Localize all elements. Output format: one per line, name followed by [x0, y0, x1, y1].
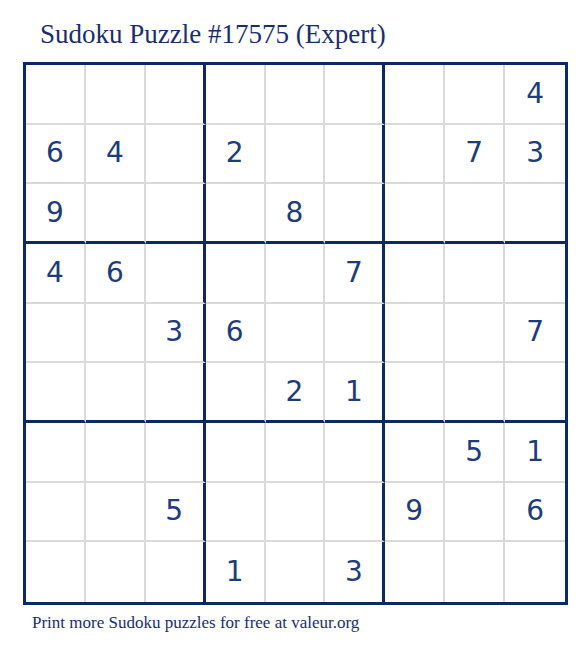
cell-r8c9: 6 [505, 483, 565, 543]
cell-r6c1 [26, 363, 86, 423]
cell-r6c8 [445, 363, 505, 423]
cell-r8c2 [86, 483, 146, 543]
cell-r1c9: 4 [505, 65, 565, 125]
cell-r3c8 [445, 184, 505, 244]
cell-r6c3 [146, 363, 206, 423]
cell-r2c9: 3 [505, 125, 565, 185]
cell-r2c4: 2 [206, 125, 266, 185]
cell-r7c9: 1 [505, 423, 565, 483]
cell-r6c4 [206, 363, 266, 423]
cell-r3c7 [385, 184, 445, 244]
cell-r1c4 [206, 65, 266, 125]
cell-r1c6 [325, 65, 385, 125]
cell-r5c6 [325, 304, 385, 364]
cell-r2c5 [266, 125, 326, 185]
footer-text: Print more Sudoku puzzles for free at va… [32, 613, 359, 633]
cell-r9c1 [26, 542, 86, 602]
cell-r4c5 [266, 244, 326, 304]
cell-r3c2 [86, 184, 146, 244]
cell-r5c5 [266, 304, 326, 364]
cell-r5c4: 6 [206, 304, 266, 364]
cell-r8c7: 9 [385, 483, 445, 543]
cell-r1c2 [86, 65, 146, 125]
cell-r1c3 [146, 65, 206, 125]
page-title: Sudoku Puzzle #17575 (Expert) [40, 19, 386, 50]
cell-r2c7 [385, 125, 445, 185]
cell-r9c9 [505, 542, 565, 602]
cell-r6c6: 1 [325, 363, 385, 423]
cell-r5c8 [445, 304, 505, 364]
cell-r4c6: 7 [325, 244, 385, 304]
cell-r7c6 [325, 423, 385, 483]
cell-r8c1 [26, 483, 86, 543]
cell-r3c3 [146, 184, 206, 244]
cell-r5c9: 7 [505, 304, 565, 364]
sudoku-page: Sudoku Puzzle #17575 (Expert) 4642739846… [0, 0, 580, 651]
cell-r2c1: 6 [26, 125, 86, 185]
cell-r1c5 [266, 65, 326, 125]
cell-r1c8 [445, 65, 505, 125]
cell-r8c6 [325, 483, 385, 543]
cell-r4c7 [385, 244, 445, 304]
cell-r9c6: 3 [325, 542, 385, 602]
cell-r5c3: 3 [146, 304, 206, 364]
cell-r3c9 [505, 184, 565, 244]
cell-r5c1 [26, 304, 86, 364]
cell-r9c4: 1 [206, 542, 266, 602]
cell-r3c4 [206, 184, 266, 244]
cell-r4c8 [445, 244, 505, 304]
cell-r8c4 [206, 483, 266, 543]
cell-r3c1: 9 [26, 184, 86, 244]
cell-r1c7 [385, 65, 445, 125]
cell-r4c3 [146, 244, 206, 304]
cell-r2c6 [325, 125, 385, 185]
cell-r2c8: 7 [445, 125, 505, 185]
cell-r4c2: 6 [86, 244, 146, 304]
cell-r5c7 [385, 304, 445, 364]
sudoku-grid: 46427398467367215159613 [23, 62, 568, 605]
cell-r7c1 [26, 423, 86, 483]
cell-r6c7 [385, 363, 445, 423]
cell-r9c3 [146, 542, 206, 602]
cell-r1c1 [26, 65, 86, 125]
cell-r7c4 [206, 423, 266, 483]
cell-r9c2 [86, 542, 146, 602]
cell-r6c2 [86, 363, 146, 423]
cell-r6c9 [505, 363, 565, 423]
cell-r3c6 [325, 184, 385, 244]
cell-r4c4 [206, 244, 266, 304]
cell-r8c5 [266, 483, 326, 543]
cell-r2c2: 4 [86, 125, 146, 185]
cell-r4c1: 4 [26, 244, 86, 304]
cell-r7c3 [146, 423, 206, 483]
cell-r5c2 [86, 304, 146, 364]
cell-r7c2 [86, 423, 146, 483]
cell-r8c3: 5 [146, 483, 206, 543]
cell-r4c9 [505, 244, 565, 304]
cell-r7c7 [385, 423, 445, 483]
cell-r2c3 [146, 125, 206, 185]
cell-r7c5 [266, 423, 326, 483]
cell-r9c7 [385, 542, 445, 602]
cell-r6c5: 2 [266, 363, 326, 423]
cell-r9c5 [266, 542, 326, 602]
cell-r9c8 [445, 542, 505, 602]
cell-r3c5: 8 [266, 184, 326, 244]
cell-r8c8 [445, 483, 505, 543]
cell-r7c8: 5 [445, 423, 505, 483]
